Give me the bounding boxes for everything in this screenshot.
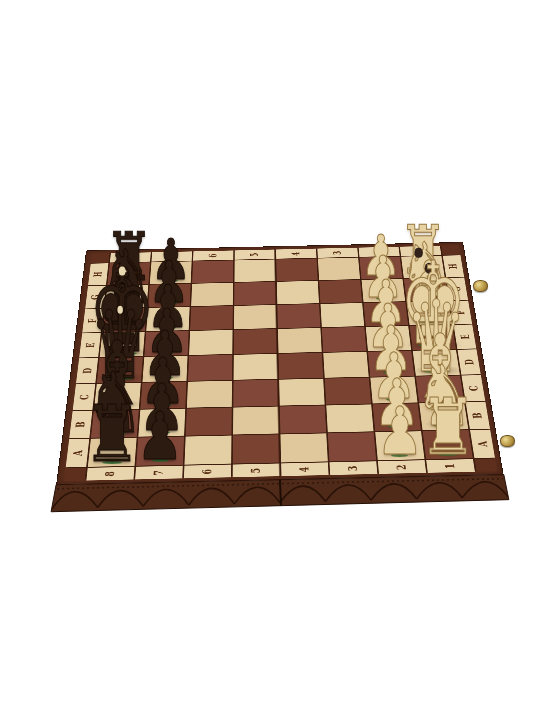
brass-clasp-bottom	[500, 435, 515, 447]
piece-light-pawn-a2[interactable]: ♟	[376, 399, 423, 465]
light-finial-accent	[117, 306, 123, 314]
light-finial-accent	[119, 266, 125, 276]
piece-light-rook-a1[interactable]: ♜	[419, 388, 476, 466]
piece-dark-rook-a8[interactable]: ♜	[84, 395, 141, 473]
chess-set-photo: 87654321HHGGFFEEDDCCBBAA87654321 ♜♟♟♜♞♟♟…	[0, 0, 540, 720]
pieces-layer: ♜♟♟♜♞♟♟♞♝♟♟♝♚♟♟♚♛♟♟♛♝♟♟♝♞♟♟♞♜♟♟♜	[0, 0, 540, 720]
piece-dark-pawn-a7[interactable]: ♟	[136, 404, 183, 470]
